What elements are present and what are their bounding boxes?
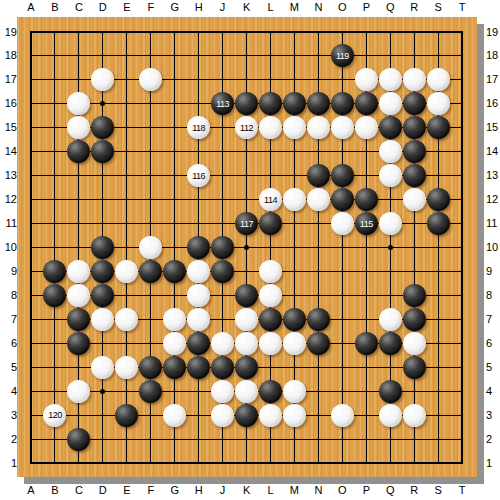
white-stone-L3[interactable] — [259, 404, 282, 427]
black-stone-S12[interactable] — [427, 188, 450, 211]
coord-right-label: 10 — [486, 241, 500, 254]
coord-right-label: 3 — [486, 409, 500, 422]
coord-bottom-label: P — [358, 484, 374, 497]
coord-top-label: M — [286, 1, 302, 14]
coord-bottom-label: S — [430, 484, 446, 497]
white-stone-N12[interactable] — [307, 188, 330, 211]
black-stone-S15[interactable] — [427, 116, 450, 139]
white-stone-K7[interactable] — [235, 308, 258, 331]
coord-right-label: 8 — [486, 289, 500, 302]
white-stone-G3[interactable] — [163, 404, 186, 427]
move-number-label: 114 — [264, 195, 277, 205]
coord-left-label: 11 — [1, 217, 17, 230]
coord-bottom-label: L — [263, 484, 279, 497]
coord-top-label: N — [310, 1, 326, 14]
black-stone-F4[interactable] — [139, 380, 162, 403]
white-stone-K4[interactable] — [235, 380, 258, 403]
coord-top-label: G — [167, 1, 183, 14]
coord-left-label: 18 — [1, 49, 17, 62]
coord-left-label: 2 — [1, 433, 17, 446]
white-stone-Q7[interactable] — [379, 308, 402, 331]
coord-top-label: J — [215, 1, 231, 14]
white-stone-L9[interactable] — [259, 260, 282, 283]
coord-left-label: 14 — [1, 145, 17, 158]
coord-right-label: 15 — [486, 121, 500, 134]
coord-bottom-label: O — [334, 484, 350, 497]
black-stone-E3[interactable] — [115, 404, 138, 427]
white-stone-M4[interactable] — [283, 380, 306, 403]
white-stone-E5[interactable] — [115, 356, 138, 379]
white-stone-Q16[interactable] — [379, 92, 402, 115]
coord-top-label: O — [334, 1, 350, 14]
move-number-label: 115 — [360, 219, 373, 229]
coord-left-label: 7 — [1, 313, 17, 326]
coord-right-label: 7 — [486, 313, 500, 326]
black-stone-Q4[interactable] — [379, 380, 402, 403]
white-stone-C4[interactable] — [67, 380, 90, 403]
coord-top-label: S — [430, 1, 446, 14]
coord-bottom-label: C — [71, 484, 87, 497]
black-stone-K5[interactable] — [235, 356, 258, 379]
coord-bottom-label: M — [286, 484, 302, 497]
move-number-label: 117 — [240, 219, 253, 229]
coord-right-label: 4 — [486, 385, 500, 398]
white-stone-B3[interactable]: 120 — [43, 404, 66, 427]
white-stone-L8[interactable] — [259, 284, 282, 307]
coord-left-label: 13 — [1, 169, 17, 182]
black-stone-P12[interactable] — [355, 188, 378, 211]
white-stone-R6[interactable] — [403, 332, 426, 355]
coord-top-label: R — [406, 1, 422, 14]
white-stone-S17[interactable] — [427, 68, 450, 91]
coord-top-label: B — [47, 1, 63, 14]
coord-right-label: 5 — [486, 361, 500, 374]
black-stone-N13[interactable] — [307, 164, 330, 187]
coord-bottom-label: A — [23, 484, 39, 497]
coord-top-label: C — [71, 1, 87, 14]
coord-left-label: 19 — [1, 26, 17, 39]
white-stone-K6[interactable] — [235, 332, 258, 355]
coord-top-label: H — [191, 1, 207, 14]
coord-left-label: 12 — [1, 193, 17, 206]
white-stone-H9[interactable] — [187, 260, 210, 283]
black-stone-H5[interactable] — [187, 356, 210, 379]
black-stone-O13[interactable] — [331, 164, 354, 187]
coord-right-label: 12 — [486, 193, 500, 206]
coord-left-label: 3 — [1, 409, 17, 422]
white-stone-Q3[interactable] — [379, 404, 402, 427]
coord-right-label: 16 — [486, 97, 500, 110]
white-stone-J3[interactable] — [211, 404, 234, 427]
move-number-label: 116 — [192, 171, 205, 181]
white-stone-O11[interactable] — [331, 212, 354, 235]
black-stone-R16[interactable] — [403, 92, 426, 115]
white-stone-M3[interactable] — [283, 404, 306, 427]
coord-right-label: 9 — [486, 265, 500, 278]
coord-bottom-label: H — [191, 484, 207, 497]
coord-left-label: 8 — [1, 289, 17, 302]
black-stone-S11[interactable] — [427, 212, 450, 235]
coord-top-label: A — [23, 1, 39, 14]
white-stone-Q17[interactable] — [379, 68, 402, 91]
white-stone-L6[interactable] — [259, 332, 282, 355]
black-stone-F5[interactable] — [139, 356, 162, 379]
coord-top-label: K — [239, 1, 255, 14]
black-stone-P16[interactable] — [355, 92, 378, 115]
black-stone-L7[interactable] — [259, 308, 282, 331]
black-stone-R13[interactable] — [403, 164, 426, 187]
black-stone-J5[interactable] — [211, 356, 234, 379]
coord-bottom-label: N — [310, 484, 326, 497]
move-number-label: 113 — [216, 99, 229, 109]
coord-left-label: 5 — [1, 361, 17, 374]
white-stone-D5[interactable] — [91, 356, 114, 379]
coord-left-label: 4 — [1, 385, 17, 398]
black-stone-G5[interactable] — [163, 356, 186, 379]
coord-left-label: 15 — [1, 121, 17, 134]
coord-bottom-label: B — [47, 484, 63, 497]
coord-top-label: F — [143, 1, 159, 14]
white-stone-P15[interactable] — [355, 116, 378, 139]
coord-right-label: 6 — [486, 337, 500, 350]
white-stone-M6[interactable] — [283, 332, 306, 355]
white-stone-O15[interactable] — [331, 116, 354, 139]
black-stone-M7[interactable] — [283, 308, 306, 331]
black-stone-P11[interactable]: 115 — [355, 212, 378, 235]
black-stone-C2[interactable] — [67, 428, 90, 451]
go-diagram-screen: AABBCCDDEEFFGGHHJJKKLLMMNNOOPPQQRRSSTT19… — [0, 0, 500, 500]
coord-left-label: 1 — [1, 457, 17, 470]
black-stone-Q6[interactable] — [379, 332, 402, 355]
black-stone-R5[interactable] — [403, 356, 426, 379]
coord-top-label: Q — [382, 1, 398, 14]
white-stone-J6[interactable] — [211, 332, 234, 355]
coord-bottom-label: T — [454, 484, 470, 497]
white-stone-L12[interactable]: 114 — [259, 188, 282, 211]
coord-bottom-label: G — [167, 484, 183, 497]
coord-left-label: 17 — [1, 73, 17, 86]
black-stone-N6[interactable] — [307, 332, 330, 355]
black-stone-J10[interactable] — [211, 236, 234, 259]
black-stone-L4[interactable] — [259, 380, 282, 403]
coord-top-label: E — [119, 1, 135, 14]
coord-right-label: 11 — [486, 217, 500, 230]
black-stone-K11[interactable]: 117 — [235, 212, 258, 235]
coord-right-label: 13 — [486, 169, 500, 182]
coord-bottom-label: D — [95, 484, 111, 497]
black-stone-O12[interactable] — [331, 188, 354, 211]
move-number-label: 120 — [48, 410, 62, 420]
black-stone-R8[interactable] — [403, 284, 426, 307]
black-stone-H6[interactable] — [187, 332, 210, 355]
white-stone-Q11[interactable] — [379, 212, 402, 235]
coord-top-label: L — [263, 1, 279, 14]
white-stone-H7[interactable] — [187, 308, 210, 331]
white-stone-J4[interactable] — [211, 380, 234, 403]
white-stone-Q13[interactable] — [379, 164, 402, 187]
move-number-label: 118 — [192, 123, 205, 133]
move-number-label: 119 — [336, 51, 349, 61]
black-stone-K8[interactable] — [235, 284, 258, 307]
star-point-Q10 — [388, 245, 393, 250]
white-stone-Q14[interactable] — [379, 140, 402, 163]
white-stone-H8[interactable] — [187, 284, 210, 307]
coord-bottom-label: Q — [382, 484, 398, 497]
coord-right-label: 1 — [486, 457, 500, 470]
coord-right-label: 18 — [486, 49, 500, 62]
coord-left-label: 9 — [1, 265, 17, 278]
coord-bottom-label: F — [143, 484, 159, 497]
coord-right-label: 14 — [486, 145, 500, 158]
white-stone-R12[interactable] — [403, 188, 426, 211]
coord-bottom-label: R — [406, 484, 422, 497]
coord-top-label: T — [454, 1, 470, 14]
coord-bottom-label: K — [239, 484, 255, 497]
black-stone-J9[interactable] — [211, 260, 234, 283]
coord-right-label: 19 — [486, 26, 500, 39]
black-stone-L11[interactable] — [259, 212, 282, 235]
black-stone-P6[interactable] — [355, 332, 378, 355]
coord-right-label: 2 — [486, 433, 500, 446]
coord-left-label: 6 — [1, 337, 17, 350]
white-stone-G6[interactable] — [163, 332, 186, 355]
black-stone-N7[interactable] — [307, 308, 330, 331]
black-stone-R7[interactable] — [403, 308, 426, 331]
white-stone-O3[interactable] — [331, 404, 354, 427]
move-number-label: 112 — [240, 123, 253, 133]
coord-bottom-label: J — [215, 484, 231, 497]
coord-top-label: P — [358, 1, 374, 14]
white-stone-M12[interactable] — [283, 188, 306, 211]
white-stone-S16[interactable] — [427, 92, 450, 115]
black-stone-K3[interactable] — [235, 404, 258, 427]
white-stone-R3[interactable] — [403, 404, 426, 427]
coord-right-label: 17 — [486, 73, 500, 86]
coord-top-label: D — [95, 1, 111, 14]
black-stone-R15[interactable] — [403, 116, 426, 139]
white-stone-G7[interactable] — [163, 308, 186, 331]
coord-left-label: 16 — [1, 97, 17, 110]
coord-left-label: 10 — [1, 241, 17, 254]
white-stone-R17[interactable] — [403, 68, 426, 91]
coord-bottom-label: E — [119, 484, 135, 497]
black-stone-R14[interactable] — [403, 140, 426, 163]
black-stone-Q15[interactable] — [379, 116, 402, 139]
